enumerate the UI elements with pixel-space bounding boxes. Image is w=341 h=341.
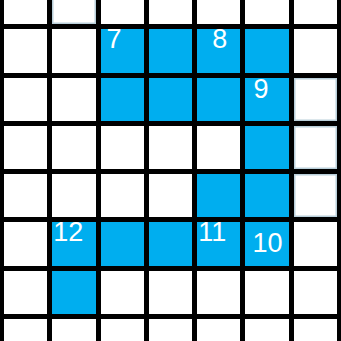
- cell-r0c0[interactable]: [4, 0, 47, 24]
- cell-r7c3[interactable]: [149, 319, 192, 341]
- cell-r1c4[interactable]: 8: [197, 29, 240, 72]
- cell-number-label-8: 8: [212, 26, 227, 53]
- cell-r2c4[interactable]: [197, 78, 240, 121]
- cell-r7c4[interactable]: [197, 319, 240, 341]
- cell-r7c6[interactable]: [294, 319, 337, 341]
- puzzle-board-viewport: 789121110: [0, 0, 341, 341]
- cell-r5c4[interactable]: 11: [197, 222, 240, 265]
- cell-r1c5[interactable]: [245, 29, 288, 72]
- cell-r1c6[interactable]: [294, 29, 337, 72]
- cell-number-label-9: 9: [253, 76, 268, 103]
- cell-r2c5[interactable]: 9: [245, 78, 288, 121]
- cell-r6c2[interactable]: [101, 271, 144, 314]
- cell-r4c4[interactable]: [197, 174, 240, 217]
- puzzle-grid: 789121110: [0, 0, 341, 341]
- cell-r6c5[interactable]: [245, 271, 288, 314]
- cell-number-label-11: 11: [198, 219, 226, 246]
- cell-r3c4[interactable]: [197, 126, 240, 169]
- cell-r2c0[interactable]: [4, 78, 47, 121]
- cell-r0c4[interactable]: [197, 0, 240, 24]
- cell-r2c1[interactable]: [52, 78, 95, 121]
- cell-r3c0[interactable]: [4, 126, 47, 169]
- cell-r5c5[interactable]: 10: [245, 222, 288, 265]
- cell-r4c0[interactable]: [4, 174, 47, 217]
- cell-r6c3[interactable]: [149, 271, 192, 314]
- cell-r4c3[interactable]: [149, 174, 192, 217]
- cell-r5c2[interactable]: [101, 222, 144, 265]
- cell-r6c0[interactable]: [4, 271, 47, 314]
- cell-r6c1[interactable]: [52, 271, 95, 314]
- cell-r6c6[interactable]: [294, 271, 337, 314]
- cell-r5c1[interactable]: 12: [52, 222, 95, 265]
- cell-r4c2[interactable]: [101, 174, 144, 217]
- cell-r7c2[interactable]: [101, 319, 144, 341]
- cell-r3c5[interactable]: [245, 126, 288, 169]
- cell-r6c4[interactable]: [197, 271, 240, 314]
- cell-r1c1[interactable]: [52, 29, 95, 72]
- cell-r7c1[interactable]: [52, 319, 95, 341]
- cell-r0c5[interactable]: [245, 0, 288, 24]
- cell-r3c1[interactable]: [52, 126, 95, 169]
- cell-r2c3[interactable]: [149, 78, 192, 121]
- cell-r0c6[interactable]: [294, 0, 337, 24]
- cell-r3c6[interactable]: [294, 126, 337, 169]
- cell-number-label-10: 10: [252, 230, 282, 257]
- cell-r1c2[interactable]: 7: [101, 29, 144, 72]
- cell-r7c5[interactable]: [245, 319, 288, 341]
- cell-r7c0[interactable]: [4, 319, 47, 341]
- cell-r0c1[interactable]: [52, 0, 95, 24]
- cell-r5c0[interactable]: [4, 222, 47, 265]
- cell-r4c1[interactable]: [52, 174, 95, 217]
- cell-r1c3[interactable]: [149, 29, 192, 72]
- cell-number-label-12: 12: [53, 219, 83, 246]
- cell-r4c6[interactable]: [294, 174, 337, 217]
- cell-r2c2[interactable]: [101, 78, 144, 121]
- cell-r0c2[interactable]: [101, 0, 144, 24]
- cell-number-label-7: 7: [107, 26, 122, 53]
- cell-r5c6[interactable]: [294, 222, 337, 265]
- cell-r3c2[interactable]: [101, 126, 144, 169]
- cell-r1c0[interactable]: [4, 29, 47, 72]
- cell-r3c3[interactable]: [149, 126, 192, 169]
- cell-r5c3[interactable]: [149, 222, 192, 265]
- cell-r0c3[interactable]: [149, 0, 192, 24]
- cell-r4c5[interactable]: [245, 174, 288, 217]
- cell-r2c6[interactable]: [294, 78, 337, 121]
